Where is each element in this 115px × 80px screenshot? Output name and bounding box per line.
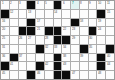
cell-r9c5[interactable]: 46 bbox=[36, 71, 44, 79]
cell-r6c5 bbox=[36, 45, 44, 53]
cell-r9c7 bbox=[54, 71, 62, 79]
cell-r2c10[interactable] bbox=[80, 10, 88, 18]
cell-r1c3[interactable]: 3 bbox=[19, 1, 27, 9]
clue-number: 35 bbox=[89, 45, 92, 48]
clue-number: 6 bbox=[63, 1, 64, 4]
cell-r5c12[interactable] bbox=[97, 36, 105, 44]
clue-number: 5 bbox=[45, 1, 46, 4]
cell-r8c4[interactable] bbox=[27, 62, 35, 70]
clue-number: 24 bbox=[98, 27, 101, 30]
cell-r7c11[interactable] bbox=[89, 54, 97, 62]
cell-r3c7[interactable] bbox=[54, 19, 62, 27]
cell-r3c1[interactable]: 16 bbox=[1, 19, 9, 27]
cell-r3c13[interactable] bbox=[106, 19, 114, 27]
clue-number: 28 bbox=[45, 36, 48, 39]
cell-r9c3[interactable] bbox=[19, 71, 27, 79]
clue-number: 7 bbox=[72, 1, 73, 4]
cell-r5c3[interactable]: 26 bbox=[19, 36, 27, 44]
clue-number: 34 bbox=[63, 45, 66, 48]
clue-number: 17 bbox=[37, 19, 40, 22]
cell-r1c13[interactable]: 11 bbox=[106, 1, 114, 9]
cell-r8c8[interactable]: 43 bbox=[62, 62, 70, 70]
cell-r2c2[interactable]: 12 bbox=[10, 10, 18, 18]
cell-r2c8[interactable] bbox=[62, 10, 70, 18]
clue-number: 4 bbox=[37, 1, 38, 4]
cell-r1c12[interactable]: 10 bbox=[97, 1, 105, 9]
cell-r5c5[interactable] bbox=[36, 36, 44, 44]
clue-number: 26 bbox=[19, 36, 22, 39]
cell-r2c6[interactable] bbox=[45, 10, 53, 18]
cell-r1c5[interactable]: 4 bbox=[36, 1, 44, 9]
cell-r2c7[interactable]: 14 bbox=[54, 10, 62, 18]
clue-number: 47 bbox=[72, 71, 75, 74]
cell-r3c4 bbox=[27, 19, 35, 27]
clue-number: 48 bbox=[98, 71, 101, 74]
cell-r8c12 bbox=[97, 62, 105, 70]
cell-r6c10 bbox=[80, 45, 88, 53]
cell-r8c10[interactable] bbox=[80, 62, 88, 70]
cell-r4c9[interactable]: 23 bbox=[71, 27, 79, 35]
cell-r3c5[interactable]: 17 bbox=[36, 19, 44, 27]
clue-number: 16 bbox=[2, 19, 5, 22]
clue-number: 44 bbox=[107, 62, 110, 65]
cell-r9c8 bbox=[62, 71, 70, 79]
cell-r7c13[interactable]: 40 bbox=[106, 54, 114, 62]
cell-r1c9[interactable]: 7 bbox=[71, 1, 79, 9]
crossword-grid: 1234567891011121314151617181920212223242… bbox=[0, 0, 115, 80]
clue-number: 18 bbox=[80, 19, 83, 22]
cell-r5c10[interactable] bbox=[80, 36, 88, 44]
cell-r6c4[interactable] bbox=[27, 45, 35, 53]
cell-r4c5[interactable]: 21 bbox=[36, 27, 44, 35]
cell-r2c3[interactable] bbox=[19, 10, 27, 18]
cell-r8c5 bbox=[36, 62, 44, 70]
clue-number: 40 bbox=[107, 54, 110, 57]
cell-r5c13[interactable] bbox=[106, 36, 114, 44]
cell-r9c4 bbox=[27, 71, 35, 79]
clue-number: 36 bbox=[2, 54, 5, 57]
cell-r4c1[interactable]: 20 bbox=[1, 27, 9, 35]
cell-r2c11[interactable] bbox=[89, 10, 97, 18]
cell-r4c2[interactable] bbox=[10, 27, 18, 35]
clue-number: 23 bbox=[72, 27, 75, 30]
cell-r5c6[interactable]: 28 bbox=[45, 36, 53, 44]
clue-number: 27 bbox=[28, 36, 31, 39]
cell-r8c6[interactable]: 42 bbox=[45, 62, 53, 70]
clue-number: 33 bbox=[54, 45, 57, 48]
cell-r5c8 bbox=[62, 36, 70, 44]
clue-number: 14 bbox=[54, 10, 57, 13]
cell-r4c3 bbox=[19, 27, 27, 35]
cell-r8c9[interactable] bbox=[71, 62, 79, 70]
clue-number: 46 bbox=[37, 71, 40, 74]
cell-r5c9[interactable]: 29 bbox=[71, 36, 79, 44]
clue-number: 21 bbox=[37, 27, 40, 30]
cell-r2c1 bbox=[1, 10, 9, 18]
cell-r6c7[interactable]: 33 bbox=[54, 45, 62, 53]
cell-r9c12[interactable]: 48 bbox=[97, 71, 105, 79]
cell-r3c10[interactable]: 18 bbox=[80, 19, 88, 27]
clue-number: 32 bbox=[45, 45, 48, 48]
clue-number: 37 bbox=[19, 54, 22, 57]
cell-r9c9[interactable]: 47 bbox=[71, 71, 79, 79]
cell-r9c2[interactable] bbox=[10, 71, 18, 79]
clue-number: 15 bbox=[107, 10, 110, 13]
clue-number: 31 bbox=[2, 45, 5, 48]
cell-r4c8[interactable]: 22 bbox=[62, 27, 70, 35]
cell-r7c4[interactable] bbox=[27, 54, 35, 62]
cell-r7c8[interactable]: 38 bbox=[62, 54, 70, 62]
cell-r2c12 bbox=[97, 10, 105, 18]
cell-r1c6[interactable]: 5 bbox=[45, 1, 53, 9]
cell-r7c7 bbox=[54, 54, 62, 62]
cell-r9c13[interactable] bbox=[106, 71, 114, 79]
clue-number: 25 bbox=[2, 36, 5, 39]
cell-r7c5[interactable] bbox=[36, 54, 44, 62]
cell-r4c7 bbox=[54, 27, 62, 35]
cell-r6c1[interactable]: 31 bbox=[1, 45, 9, 53]
cell-r6c9[interactable] bbox=[71, 45, 79, 53]
cell-r5c11[interactable]: 30 bbox=[89, 36, 97, 44]
cell-r6c3[interactable] bbox=[19, 45, 27, 53]
clue-number: 11 bbox=[107, 1, 110, 4]
cell-r6c2[interactable] bbox=[10, 45, 18, 53]
clue-number: 1 bbox=[2, 1, 3, 4]
cell-r2c4[interactable]: 13 bbox=[27, 10, 35, 18]
cell-r1c4 bbox=[27, 1, 35, 9]
clue-number: 9 bbox=[89, 1, 90, 4]
cell-r4c11 bbox=[89, 27, 97, 35]
cell-r2c13[interactable]: 15 bbox=[106, 10, 114, 18]
cell-r8c7 bbox=[54, 62, 62, 70]
clue-number: 2 bbox=[10, 1, 11, 4]
clue-number: 19 bbox=[98, 19, 101, 22]
cell-r9c10[interactable] bbox=[80, 71, 88, 79]
clue-number: 3 bbox=[19, 1, 20, 4]
cell-r9c11[interactable] bbox=[89, 71, 97, 79]
cell-r3c6[interactable] bbox=[45, 19, 53, 27]
cell-r6c11[interactable]: 35 bbox=[89, 45, 97, 53]
cell-r4c4 bbox=[27, 27, 35, 35]
cell-r8c13[interactable]: 44 bbox=[106, 62, 114, 70]
cell-r8c2[interactable]: 41 bbox=[10, 62, 18, 70]
cell-r4c10[interactable] bbox=[80, 27, 88, 35]
cell-r3c2[interactable] bbox=[10, 19, 18, 27]
cell-r3c9 bbox=[71, 19, 79, 27]
clue-number: 41 bbox=[10, 62, 13, 65]
cell-r4c13[interactable] bbox=[106, 27, 114, 35]
cell-r5c1[interactable]: 25 bbox=[1, 36, 9, 44]
cell-r9c1[interactable]: 45 bbox=[1, 71, 9, 79]
cell-r1c8[interactable]: 6 bbox=[62, 1, 70, 9]
cell-r6c6[interactable]: 32 bbox=[45, 45, 53, 53]
clue-number: 43 bbox=[63, 62, 66, 65]
cell-r8c11[interactable] bbox=[89, 62, 97, 70]
cell-r2c5[interactable] bbox=[36, 10, 44, 18]
cell-r5c7 bbox=[54, 36, 62, 44]
cell-r7c9[interactable] bbox=[71, 54, 79, 62]
cell-r8c1 bbox=[1, 62, 9, 70]
cell-r9c6[interactable] bbox=[45, 71, 53, 79]
cell-r4c12[interactable]: 24 bbox=[97, 27, 105, 35]
cell-r7c12 bbox=[97, 54, 105, 62]
cell-r6c13 bbox=[106, 45, 114, 53]
cell-r6c8[interactable]: 34 bbox=[62, 45, 70, 53]
clue-number: 42 bbox=[45, 62, 48, 65]
cell-r6c12[interactable] bbox=[97, 45, 105, 53]
cell-r7c2 bbox=[10, 54, 18, 62]
cell-r1c1[interactable]: 1 bbox=[1, 1, 9, 9]
cell-r5c2[interactable] bbox=[10, 36, 18, 44]
clue-number: 29 bbox=[72, 36, 75, 39]
cell-r3c12[interactable]: 19 bbox=[97, 19, 105, 27]
cell-r7c1[interactable]: 36 bbox=[1, 54, 9, 62]
cell-r3c8[interactable] bbox=[62, 19, 70, 27]
clue-number: 22 bbox=[63, 27, 66, 30]
cell-r1c10[interactable]: 8 bbox=[80, 1, 88, 9]
clue-number: 45 bbox=[2, 71, 5, 74]
cell-r7c10[interactable]: 39 bbox=[80, 54, 88, 62]
cell-r7c3[interactable]: 37 bbox=[19, 54, 27, 62]
cell-r1c2[interactable]: 2 bbox=[10, 1, 18, 9]
cell-r1c11[interactable]: 9 bbox=[89, 1, 97, 9]
clue-number: 38 bbox=[63, 54, 66, 57]
clue-number: 8 bbox=[80, 1, 81, 4]
clue-number: 20 bbox=[2, 27, 5, 30]
clue-number: 12 bbox=[10, 10, 13, 13]
clue-number: 10 bbox=[98, 1, 101, 4]
clue-number: 39 bbox=[80, 54, 83, 57]
cell-r4c6 bbox=[45, 27, 53, 35]
clue-number: 13 bbox=[28, 10, 31, 13]
cell-r5c4[interactable]: 27 bbox=[27, 36, 35, 44]
cell-r7c6[interactable] bbox=[45, 54, 53, 62]
clue-number: 30 bbox=[89, 36, 92, 39]
cell-r2c9[interactable] bbox=[71, 10, 79, 18]
cell-r3c3[interactable] bbox=[19, 19, 27, 27]
cell-r3c11[interactable] bbox=[89, 19, 97, 27]
cell-r8c3[interactable] bbox=[19, 62, 27, 70]
cell-r1c7 bbox=[54, 1, 62, 9]
